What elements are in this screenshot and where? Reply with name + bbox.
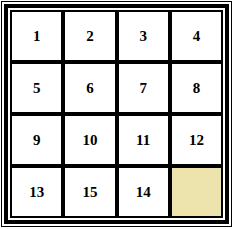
tile-4[interactable]: 4 [170,10,223,62]
board-outer-border: 123456789101112131514 [1,1,232,227]
tile-3[interactable]: 3 [117,10,170,62]
tile-10[interactable]: 10 [63,114,116,166]
tile-9[interactable]: 9 [10,114,63,166]
tile-14[interactable]: 14 [117,166,170,218]
board-frame: 123456789101112131514 [4,4,229,224]
fifteen-puzzle-diagram: 123456789101112131514 [0,0,234,229]
tile-13[interactable]: 13 [10,166,63,218]
tile-1[interactable]: 1 [10,10,63,62]
tile-6[interactable]: 6 [63,62,116,114]
tile-5[interactable]: 5 [10,62,63,114]
tile-12[interactable]: 12 [170,114,223,166]
empty-cell [170,166,223,218]
tile-2[interactable]: 2 [63,10,116,62]
tile-15[interactable]: 15 [63,166,116,218]
tile-8[interactable]: 8 [170,62,223,114]
tile-7[interactable]: 7 [117,62,170,114]
tile-11[interactable]: 11 [117,114,170,166]
puzzle-board: 123456789101112131514 [10,10,223,218]
